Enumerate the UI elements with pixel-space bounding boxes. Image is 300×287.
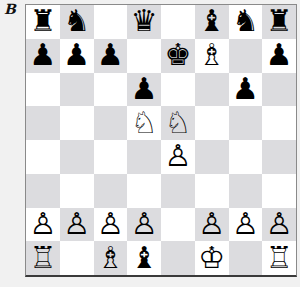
square-h3[interactable] <box>262 174 296 208</box>
square-e5[interactable]: ♘ <box>161 106 195 140</box>
square-d4[interactable] <box>127 140 161 174</box>
square-d2[interactable]: ♙ <box>127 208 161 242</box>
square-g3[interactable] <box>229 174 263 208</box>
square-e3[interactable] <box>161 174 195 208</box>
piece-white-pawn: ♙ <box>97 208 124 240</box>
piece-black-pawn: ♟ <box>97 39 124 71</box>
square-f5[interactable] <box>195 106 229 140</box>
square-h6[interactable] <box>262 73 296 107</box>
square-b8[interactable]: ♞ <box>60 5 94 39</box>
square-c7[interactable]: ♟ <box>94 39 128 73</box>
piece-white-pawn: ♙ <box>131 208 158 240</box>
square-f1[interactable]: ♔ <box>195 241 229 275</box>
square-c1[interactable]: ♗ <box>94 241 128 275</box>
square-e2[interactable] <box>161 208 195 242</box>
piece-white-pawn: ♙ <box>29 208 56 240</box>
square-g6[interactable]: ♟ <box>229 73 263 107</box>
piece-white-knight: ♘ <box>164 106 191 138</box>
square-b4[interactable] <box>60 140 94 174</box>
chess-board: ♜♞♛♝♞♜♟♟♟♚♗♟♟♟♘♘♙♙♙♙♙♙♙♙♖♗♝♔♖ <box>25 4 297 277</box>
piece-black-king: ♚ <box>164 39 191 71</box>
piece-black-bishop: ♝ <box>198 5 225 37</box>
square-d6[interactable]: ♟ <box>127 73 161 107</box>
square-f3[interactable] <box>195 174 229 208</box>
piece-white-rook: ♖ <box>29 241 56 273</box>
square-c6[interactable] <box>94 73 128 107</box>
square-h8[interactable]: ♜ <box>262 5 296 39</box>
piece-black-rook: ♜ <box>266 5 293 37</box>
square-g4[interactable] <box>229 140 263 174</box>
square-c4[interactable] <box>94 140 128 174</box>
square-a2[interactable]: ♙ <box>26 208 60 242</box>
square-b7[interactable]: ♟ <box>60 39 94 73</box>
piece-white-bishop: ♗ <box>198 39 225 71</box>
square-f7[interactable]: ♗ <box>195 39 229 73</box>
square-e7[interactable]: ♚ <box>161 39 195 73</box>
piece-white-pawn: ♙ <box>164 140 191 172</box>
side-to-move-label: B <box>4 0 16 18</box>
square-d3[interactable] <box>127 174 161 208</box>
piece-black-knight: ♞ <box>63 5 90 37</box>
square-d5[interactable]: ♘ <box>127 106 161 140</box>
square-a6[interactable] <box>26 73 60 107</box>
square-b1[interactable] <box>60 241 94 275</box>
square-d8[interactable]: ♛ <box>127 5 161 39</box>
square-c8[interactable] <box>94 5 128 39</box>
square-g8[interactable]: ♞ <box>229 5 263 39</box>
square-d1[interactable]: ♝ <box>127 241 161 275</box>
square-e8[interactable] <box>161 5 195 39</box>
square-g7[interactable] <box>229 39 263 73</box>
piece-black-pawn: ♟ <box>232 73 259 105</box>
piece-white-pawn: ♙ <box>266 208 293 240</box>
square-f4[interactable] <box>195 140 229 174</box>
piece-black-knight: ♞ <box>232 5 259 37</box>
chess-diagram: B ♜♞♛♝♞♜♟♟♟♚♗♟♟♟♘♘♙♙♙♙♙♙♙♙♖♗♝♔♖ <box>0 0 300 287</box>
piece-black-queen: ♛ <box>131 5 158 37</box>
square-e1[interactable] <box>161 241 195 275</box>
piece-white-pawn: ♙ <box>232 208 259 240</box>
square-e6[interactable] <box>161 73 195 107</box>
square-b3[interactable] <box>60 174 94 208</box>
square-h1[interactable]: ♖ <box>262 241 296 275</box>
piece-black-pawn: ♟ <box>131 73 158 105</box>
piece-white-pawn: ♙ <box>198 208 225 240</box>
square-f2[interactable]: ♙ <box>195 208 229 242</box>
piece-black-rook: ♜ <box>29 5 56 37</box>
piece-white-pawn: ♙ <box>63 208 90 240</box>
piece-white-king: ♔ <box>198 241 225 273</box>
piece-black-bishop: ♝ <box>131 241 158 273</box>
square-d7[interactable] <box>127 39 161 73</box>
piece-white-rook: ♖ <box>266 241 293 273</box>
square-e4[interactable]: ♙ <box>161 140 195 174</box>
square-b2[interactable]: ♙ <box>60 208 94 242</box>
square-f8[interactable]: ♝ <box>195 5 229 39</box>
square-a8[interactable]: ♜ <box>26 5 60 39</box>
square-h7[interactable]: ♟ <box>262 39 296 73</box>
square-h5[interactable] <box>262 106 296 140</box>
square-a3[interactable] <box>26 174 60 208</box>
square-c5[interactable] <box>94 106 128 140</box>
square-h2[interactable]: ♙ <box>262 208 296 242</box>
square-g5[interactable] <box>229 106 263 140</box>
square-h4[interactable] <box>262 140 296 174</box>
square-b5[interactable] <box>60 106 94 140</box>
piece-black-pawn: ♟ <box>63 39 90 71</box>
square-g2[interactable]: ♙ <box>229 208 263 242</box>
square-f6[interactable] <box>195 73 229 107</box>
square-c2[interactable]: ♙ <box>94 208 128 242</box>
square-c3[interactable] <box>94 174 128 208</box>
piece-black-pawn: ♟ <box>29 39 56 71</box>
piece-white-bishop: ♗ <box>97 241 124 273</box>
square-a7[interactable]: ♟ <box>26 39 60 73</box>
square-g1[interactable] <box>229 241 263 275</box>
piece-white-knight: ♘ <box>131 106 158 138</box>
piece-black-pawn: ♟ <box>266 39 293 71</box>
square-a1[interactable]: ♖ <box>26 241 60 275</box>
square-b6[interactable] <box>60 73 94 107</box>
square-a5[interactable] <box>26 106 60 140</box>
square-a4[interactable] <box>26 140 60 174</box>
